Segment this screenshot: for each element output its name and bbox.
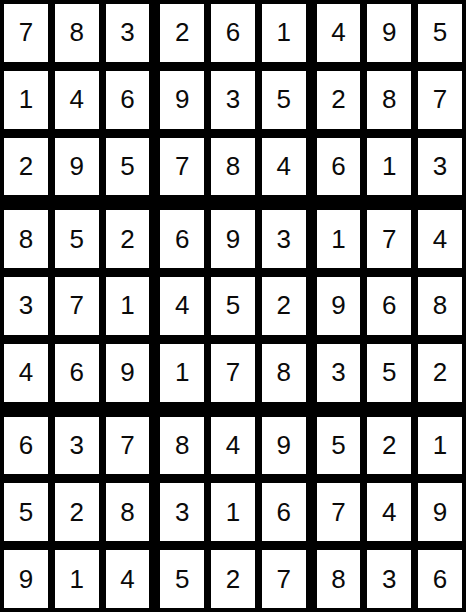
cell-r9c6[interactable]: 7: [262, 550, 306, 608]
cell-r5c2[interactable]: 7: [55, 277, 99, 335]
box-4: 852371469: [4, 210, 149, 401]
cell-r4c9[interactable]: 4: [418, 210, 462, 268]
cell-r1c9[interactable]: 5: [418, 4, 462, 62]
cell-r5c4[interactable]: 4: [160, 277, 204, 335]
cell-r2c7[interactable]: 2: [317, 71, 361, 129]
cell-r5c1[interactable]: 3: [4, 277, 48, 335]
cell-r2c8[interactable]: 8: [367, 71, 411, 129]
cell-r5c8[interactable]: 6: [367, 277, 411, 335]
cell-r8c9[interactable]: 9: [418, 483, 462, 541]
sudoku-board: 7831462952619357844952876138523714696934…: [0, 0, 466, 612]
cell-r4c8[interactable]: 7: [367, 210, 411, 268]
cell-r8c3[interactable]: 8: [106, 483, 150, 541]
cell-r9c9[interactable]: 6: [418, 550, 462, 608]
cell-r1c6[interactable]: 1: [262, 4, 306, 62]
cell-r9c7[interactable]: 8: [317, 550, 361, 608]
cell-r4c6[interactable]: 3: [262, 210, 306, 268]
box-2: 261935784: [160, 4, 305, 195]
cell-r7c3[interactable]: 7: [106, 417, 150, 475]
cell-r4c7[interactable]: 1: [317, 210, 361, 268]
cell-r5c6[interactable]: 2: [262, 277, 306, 335]
cell-r6c8[interactable]: 5: [367, 344, 411, 402]
cell-r1c8[interactable]: 9: [367, 4, 411, 62]
cell-r7c4[interactable]: 8: [160, 417, 204, 475]
cell-r1c3[interactable]: 3: [106, 4, 150, 62]
cell-r3c4[interactable]: 7: [160, 138, 204, 196]
cell-r6c5[interactable]: 7: [211, 344, 255, 402]
cell-r8c5[interactable]: 1: [211, 483, 255, 541]
cell-r8c7[interactable]: 7: [317, 483, 361, 541]
cell-r2c4[interactable]: 9: [160, 71, 204, 129]
cell-r3c2[interactable]: 9: [55, 138, 99, 196]
cell-r3c3[interactable]: 5: [106, 138, 150, 196]
cell-r3c8[interactable]: 1: [367, 138, 411, 196]
cell-r3c6[interactable]: 4: [262, 138, 306, 196]
cell-r4c5[interactable]: 9: [211, 210, 255, 268]
cell-r1c7[interactable]: 4: [317, 4, 361, 62]
box-3: 495287613: [317, 4, 462, 195]
cell-r8c8[interactable]: 4: [367, 483, 411, 541]
cell-r7c5[interactable]: 4: [211, 417, 255, 475]
cell-r3c1[interactable]: 2: [4, 138, 48, 196]
cell-r2c9[interactable]: 7: [418, 71, 462, 129]
cell-r3c7[interactable]: 6: [317, 138, 361, 196]
cell-r3c5[interactable]: 8: [211, 138, 255, 196]
box-9: 521749836: [317, 417, 462, 608]
box-7: 637528914: [4, 417, 149, 608]
cell-r6c9[interactable]: 2: [418, 344, 462, 402]
cell-r9c8[interactable]: 3: [367, 550, 411, 608]
cell-r1c2[interactable]: 8: [55, 4, 99, 62]
cell-r5c9[interactable]: 8: [418, 277, 462, 335]
cell-r6c1[interactable]: 4: [4, 344, 48, 402]
cell-r1c4[interactable]: 2: [160, 4, 204, 62]
cell-r2c1[interactable]: 1: [4, 71, 48, 129]
cell-r6c2[interactable]: 6: [55, 344, 99, 402]
cell-r7c8[interactable]: 2: [367, 417, 411, 475]
cell-r2c2[interactable]: 4: [55, 71, 99, 129]
box-5: 693452178: [160, 210, 305, 401]
box-1: 783146295: [4, 4, 149, 195]
cell-r1c1[interactable]: 7: [4, 4, 48, 62]
cell-r9c2[interactable]: 1: [55, 550, 99, 608]
cell-r1c5[interactable]: 6: [211, 4, 255, 62]
cell-r7c9[interactable]: 1: [418, 417, 462, 475]
box-8: 849316527: [160, 417, 305, 608]
cell-r8c1[interactable]: 5: [4, 483, 48, 541]
cell-r9c5[interactable]: 2: [211, 550, 255, 608]
box-6: 174968352: [317, 210, 462, 401]
cell-r5c3[interactable]: 1: [106, 277, 150, 335]
cell-r4c3[interactable]: 2: [106, 210, 150, 268]
cell-r2c3[interactable]: 6: [106, 71, 150, 129]
cell-r7c7[interactable]: 5: [317, 417, 361, 475]
cell-r4c4[interactable]: 6: [160, 210, 204, 268]
cell-r7c2[interactable]: 3: [55, 417, 99, 475]
cell-r2c5[interactable]: 3: [211, 71, 255, 129]
cell-r6c4[interactable]: 1: [160, 344, 204, 402]
cell-r8c2[interactable]: 2: [55, 483, 99, 541]
cell-r6c7[interactable]: 3: [317, 344, 361, 402]
cell-r8c6[interactable]: 6: [262, 483, 306, 541]
cell-r3c9[interactable]: 3: [418, 138, 462, 196]
cell-r7c1[interactable]: 6: [4, 417, 48, 475]
cell-r6c6[interactable]: 8: [262, 344, 306, 402]
cell-r6c3[interactable]: 9: [106, 344, 150, 402]
cell-r5c7[interactable]: 9: [317, 277, 361, 335]
cell-r7c6[interactable]: 9: [262, 417, 306, 475]
cell-r8c4[interactable]: 3: [160, 483, 204, 541]
cell-r4c2[interactable]: 5: [55, 210, 99, 268]
cell-r5c5[interactable]: 5: [211, 277, 255, 335]
cell-r2c6[interactable]: 5: [262, 71, 306, 129]
cell-r4c1[interactable]: 8: [4, 210, 48, 268]
cell-r9c1[interactable]: 9: [4, 550, 48, 608]
cell-r9c3[interactable]: 4: [106, 550, 150, 608]
cell-r9c4[interactable]: 5: [160, 550, 204, 608]
